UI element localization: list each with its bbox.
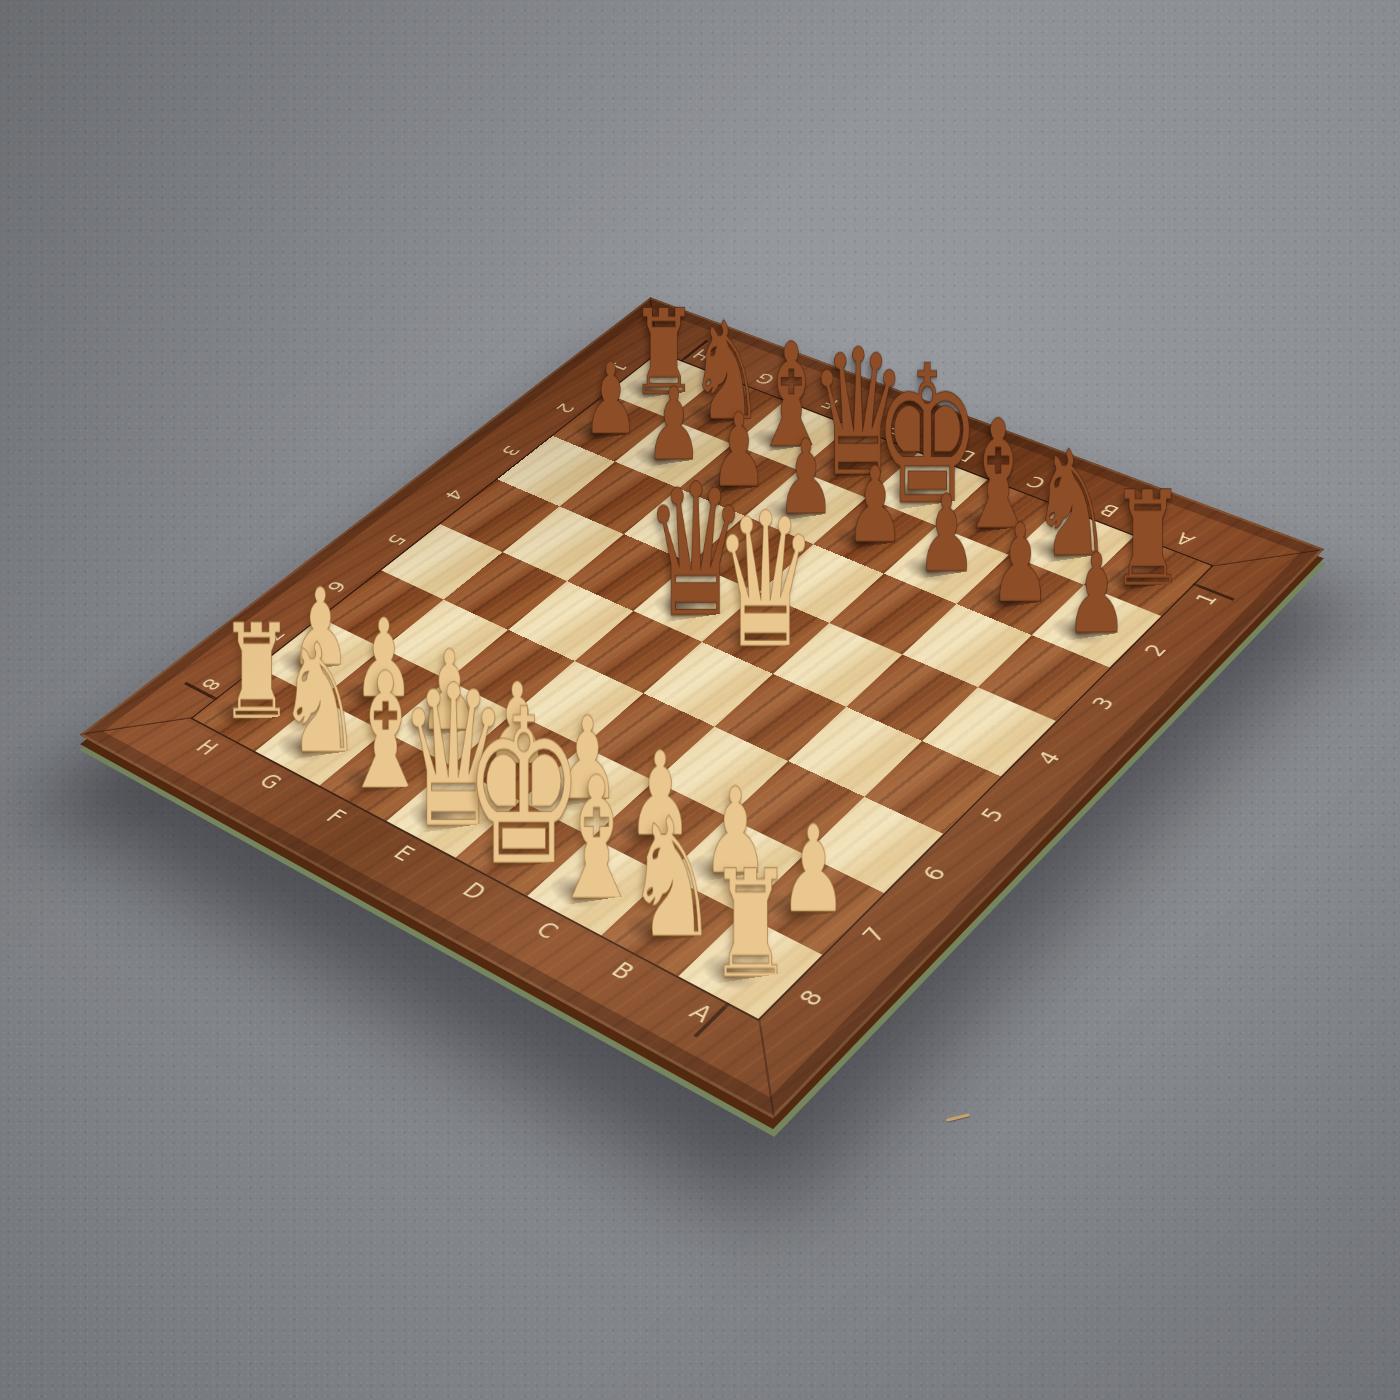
border-miter-joint [80,716,197,735]
border-joint-slit [184,682,219,701]
chess-board: HGFEDCBA HGFEDCBA 12345678 12345678 ♜♞♝♛… [80,297,1325,1118]
board-grid: ♜♞♝♛♚♝♞♜♟♟♟♟♟♟♟♟♛♛♟♟♟♟♟♟♟♟♜♞♝♛♚♝♞♜ [193,353,1211,1019]
border-miter-joint [757,1015,775,1118]
border-miter-joint [1207,549,1324,568]
wood-splinter [946,1113,970,1122]
photo-scene: HGFEDCBA HGFEDCBA 12345678 12345678 ♜♞♝♛… [0,0,1400,1400]
white-pawn-c2: ♟ [916,481,976,588]
black-queen-d4: ♛ [713,487,818,673]
border-joint-slit [693,1002,731,1038]
border-joint-slit [1191,582,1235,600]
